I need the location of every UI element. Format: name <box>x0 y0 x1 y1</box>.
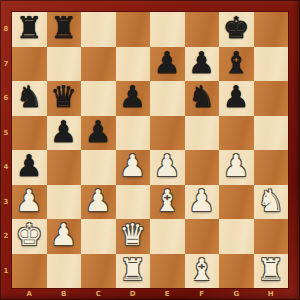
square-a2[interactable]: ♚ <box>12 219 47 254</box>
square-e8[interactable] <box>150 12 185 47</box>
file-label-c: C <box>81 287 116 300</box>
square-b3[interactable] <box>47 185 82 220</box>
square-c3[interactable]: ♟ <box>81 185 116 220</box>
square-h7[interactable] <box>254 47 289 82</box>
square-g8[interactable]: ♚ <box>219 12 254 47</box>
square-d7[interactable] <box>116 47 151 82</box>
square-c8[interactable] <box>81 12 116 47</box>
rank-label-5: 5 <box>0 116 12 151</box>
square-a5[interactable] <box>12 116 47 151</box>
square-g7[interactable]: ♝ <box>219 47 254 82</box>
square-f2[interactable] <box>185 219 220 254</box>
square-b6[interactable]: ♛ <box>47 81 82 116</box>
square-d3[interactable] <box>116 185 151 220</box>
rank-label-6: 6 <box>0 81 12 116</box>
black-bishop[interactable]: ♝ <box>223 48 250 78</box>
square-e4[interactable]: ♟ <box>150 150 185 185</box>
square-f6[interactable]: ♞ <box>185 81 220 116</box>
square-a1[interactable] <box>12 254 47 289</box>
file-label-d: D <box>116 287 151 300</box>
rank-label-3: 3 <box>0 185 12 220</box>
square-e2[interactable] <box>150 219 185 254</box>
square-d2[interactable]: ♛ <box>116 219 151 254</box>
white-bishop[interactable]: ♝ <box>188 255 215 285</box>
square-f7[interactable]: ♟ <box>185 47 220 82</box>
square-c4[interactable] <box>81 150 116 185</box>
black-pawn[interactable]: ♟ <box>223 82 250 112</box>
square-h5[interactable] <box>254 116 289 151</box>
rank-label-8: 8 <box>0 12 12 47</box>
black-knight[interactable]: ♞ <box>16 82 43 112</box>
white-pawn[interactable]: ♟ <box>154 151 181 181</box>
white-pawn[interactable]: ♟ <box>188 186 215 216</box>
square-e7[interactable]: ♟ <box>150 47 185 82</box>
square-a6[interactable]: ♞ <box>12 81 47 116</box>
square-d1[interactable]: ♜ <box>116 254 151 289</box>
black-pawn[interactable]: ♟ <box>119 82 146 112</box>
black-pawn[interactable]: ♟ <box>154 48 181 78</box>
square-a8[interactable]: ♜ <box>12 12 47 47</box>
black-queen[interactable]: ♛ <box>50 82 77 112</box>
file-label-f: F <box>185 287 220 300</box>
square-f4[interactable] <box>185 150 220 185</box>
square-h1[interactable]: ♜ <box>254 254 289 289</box>
square-a7[interactable] <box>12 47 47 82</box>
white-pawn[interactable]: ♟ <box>119 151 146 181</box>
square-h6[interactable] <box>254 81 289 116</box>
square-g5[interactable] <box>219 116 254 151</box>
square-g2[interactable] <box>219 219 254 254</box>
square-e5[interactable] <box>150 116 185 151</box>
square-h3[interactable]: ♞ <box>254 185 289 220</box>
square-d5[interactable] <box>116 116 151 151</box>
rank-label-4: 4 <box>0 150 12 185</box>
square-f8[interactable] <box>185 12 220 47</box>
square-a4[interactable]: ♟ <box>12 150 47 185</box>
square-d6[interactable]: ♟ <box>116 81 151 116</box>
black-pawn[interactable]: ♟ <box>16 151 43 181</box>
square-b7[interactable] <box>47 47 82 82</box>
white-pawn[interactable]: ♟ <box>50 220 77 250</box>
square-f3[interactable]: ♟ <box>185 185 220 220</box>
square-b5[interactable]: ♟ <box>47 116 82 151</box>
white-pawn[interactable]: ♟ <box>85 186 112 216</box>
black-pawn[interactable]: ♟ <box>188 48 215 78</box>
square-c5[interactable]: ♟ <box>81 116 116 151</box>
square-c1[interactable] <box>81 254 116 289</box>
white-bishop[interactable]: ♝ <box>154 186 181 216</box>
square-g1[interactable] <box>219 254 254 289</box>
rank-label-2: 2 <box>0 219 12 254</box>
black-pawn[interactable]: ♟ <box>50 117 77 147</box>
white-pawn[interactable]: ♟ <box>223 151 250 181</box>
square-b8[interactable]: ♜ <box>47 12 82 47</box>
rank-label-1: 1 <box>0 254 12 289</box>
square-a3[interactable]: ♟ <box>12 185 47 220</box>
file-labels: ABCDEFGH <box>12 287 288 300</box>
square-c6[interactable] <box>81 81 116 116</box>
white-knight[interactable]: ♞ <box>257 186 284 216</box>
white-king[interactable]: ♚ <box>16 220 43 250</box>
black-rook[interactable]: ♜ <box>16 13 43 43</box>
square-h4[interactable] <box>254 150 289 185</box>
black-knight[interactable]: ♞ <box>188 82 215 112</box>
square-e6[interactable] <box>150 81 185 116</box>
rank-label-7: 7 <box>0 47 12 82</box>
square-g3[interactable] <box>219 185 254 220</box>
file-label-g: G <box>219 287 254 300</box>
square-b4[interactable] <box>47 150 82 185</box>
square-d8[interactable] <box>116 12 151 47</box>
square-d4[interactable]: ♟ <box>116 150 151 185</box>
square-e3[interactable]: ♝ <box>150 185 185 220</box>
white-pawn[interactable]: ♟ <box>16 186 43 216</box>
square-g6[interactable]: ♟ <box>219 81 254 116</box>
square-f1[interactable]: ♝ <box>185 254 220 289</box>
file-label-h: H <box>254 287 289 300</box>
black-pawn[interactable]: ♟ <box>85 117 112 147</box>
rank-labels: 87654321 <box>0 12 12 288</box>
square-b1[interactable] <box>47 254 82 289</box>
board: ♜♜♚♟♟♝♞♛♟♞♟♟♟♟♟♟♟♟♟♝♟♞♚♟♛♜♝♜ <box>12 12 288 288</box>
white-queen[interactable]: ♛ <box>119 220 146 250</box>
black-king[interactable]: ♚ <box>223 13 250 43</box>
square-f5[interactable] <box>185 116 220 151</box>
square-c7[interactable] <box>81 47 116 82</box>
file-label-b: B <box>47 287 82 300</box>
board-frame: 87654321 ♜♜♚♟♟♝♞♛♟♞♟♟♟♟♟♟♟♟♟♝♟♞♚♟♛♜♝♜ AB… <box>0 0 300 300</box>
file-label-e: E <box>150 287 185 300</box>
square-c2[interactable] <box>81 219 116 254</box>
black-rook[interactable]: ♜ <box>50 13 77 43</box>
square-h8[interactable] <box>254 12 289 47</box>
white-rook[interactable]: ♜ <box>257 255 284 285</box>
file-label-a: A <box>12 287 47 300</box>
white-rook[interactable]: ♜ <box>119 255 146 285</box>
square-e1[interactable] <box>150 254 185 289</box>
square-b2[interactable]: ♟ <box>47 219 82 254</box>
square-h2[interactable] <box>254 219 289 254</box>
square-g4[interactable]: ♟ <box>219 150 254 185</box>
